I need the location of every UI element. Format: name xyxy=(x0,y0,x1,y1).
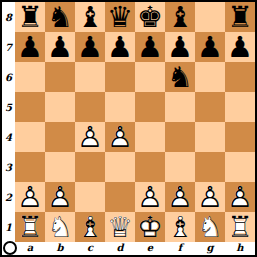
piece-white-king[interactable]: ♚♔ xyxy=(135,212,165,242)
square-h1[interactable]: ♜♖ xyxy=(225,212,255,242)
piece-fill-glyph: ♞ xyxy=(195,212,225,242)
rank-label-2: 2 xyxy=(2,182,15,212)
piece-outline-glyph: ♙ xyxy=(195,182,225,212)
square-c4[interactable]: ♟♙ xyxy=(75,122,105,152)
piece-white-bishop[interactable]: ♝♗ xyxy=(75,212,105,242)
square-g8[interactable] xyxy=(195,2,225,32)
square-h4[interactable] xyxy=(225,122,255,152)
square-c7[interactable]: ♟ xyxy=(75,32,105,62)
piece-outline-glyph: ♙ xyxy=(105,122,135,152)
piece-outline-glyph: ♔ xyxy=(135,212,165,242)
piece-black-rook[interactable]: ♜ xyxy=(15,2,45,32)
piece-black-queen[interactable]: ♛ xyxy=(105,2,135,32)
piece-fill-glyph: ♟ xyxy=(225,32,255,62)
square-a6[interactable] xyxy=(15,62,45,92)
file-label-g: g xyxy=(195,242,225,255)
piece-white-pawn[interactable]: ♟♙ xyxy=(135,182,165,212)
piece-black-knight[interactable]: ♞ xyxy=(165,62,195,92)
piece-fill-glyph: ♟ xyxy=(165,32,195,62)
square-f7[interactable]: ♟ xyxy=(165,32,195,62)
square-a5[interactable] xyxy=(15,92,45,122)
piece-fill-glyph: ♜ xyxy=(15,2,45,32)
piece-black-bishop[interactable]: ♝ xyxy=(165,2,195,32)
square-b7[interactable]: ♟ xyxy=(45,32,75,62)
square-h8[interactable]: ♜ xyxy=(225,2,255,32)
piece-black-rook[interactable]: ♜ xyxy=(225,2,255,32)
square-e5[interactable] xyxy=(135,92,165,122)
piece-white-pawn[interactable]: ♟♙ xyxy=(15,182,45,212)
piece-fill-glyph: ♟ xyxy=(195,182,225,212)
piece-black-bishop[interactable]: ♝ xyxy=(75,2,105,32)
square-f4[interactable] xyxy=(165,122,195,152)
piece-outline-glyph: ♙ xyxy=(165,182,195,212)
square-g5[interactable] xyxy=(195,92,225,122)
piece-outline-glyph: ♙ xyxy=(225,182,255,212)
square-e2[interactable]: ♟♙ xyxy=(135,182,165,212)
square-e7[interactable]: ♟ xyxy=(135,32,165,62)
piece-black-pawn[interactable]: ♟ xyxy=(135,32,165,62)
square-f5[interactable] xyxy=(165,92,195,122)
piece-white-knight[interactable]: ♞♘ xyxy=(45,212,75,242)
file-label-d: d xyxy=(105,242,135,255)
piece-fill-glyph: ♝ xyxy=(75,212,105,242)
piece-fill-glyph: ♝ xyxy=(75,2,105,32)
square-d2[interactable] xyxy=(105,182,135,212)
file-label-b: b xyxy=(45,242,75,255)
square-c1[interactable]: ♝♗ xyxy=(75,212,105,242)
square-e4[interactable] xyxy=(135,122,165,152)
square-e8[interactable]: ♚ xyxy=(135,2,165,32)
piece-fill-glyph: ♛ xyxy=(105,212,135,242)
piece-outline-glyph: ♖ xyxy=(15,212,45,242)
piece-fill-glyph: ♟ xyxy=(75,122,105,152)
piece-white-pawn[interactable]: ♟♙ xyxy=(165,182,195,212)
square-h6[interactable] xyxy=(225,62,255,92)
piece-outline-glyph: ♙ xyxy=(135,182,165,212)
square-g4[interactable] xyxy=(195,122,225,152)
square-h7[interactable]: ♟ xyxy=(225,32,255,62)
piece-black-pawn[interactable]: ♟ xyxy=(195,32,225,62)
file-label-c: c xyxy=(75,242,105,255)
square-b5[interactable] xyxy=(45,92,75,122)
square-b2[interactable]: ♟♙ xyxy=(45,182,75,212)
square-d1[interactable]: ♛♕ xyxy=(105,212,135,242)
piece-black-knight[interactable]: ♞ xyxy=(45,2,75,32)
square-e3[interactable] xyxy=(135,152,165,182)
piece-black-pawn[interactable]: ♟ xyxy=(165,32,195,62)
square-a4[interactable] xyxy=(15,122,45,152)
square-d4[interactable]: ♟♙ xyxy=(105,122,135,152)
piece-outline-glyph: ♗ xyxy=(165,212,195,242)
piece-fill-glyph: ♞ xyxy=(45,2,75,32)
square-c6[interactable] xyxy=(75,62,105,92)
square-b4[interactable] xyxy=(45,122,75,152)
square-f2[interactable]: ♟♙ xyxy=(165,182,195,212)
piece-outline-glyph: ♙ xyxy=(75,122,105,152)
piece-white-pawn[interactable]: ♟♙ xyxy=(225,182,255,212)
piece-white-rook[interactable]: ♜♖ xyxy=(15,212,45,242)
piece-outline-glyph: ♘ xyxy=(195,212,225,242)
square-g2[interactable]: ♟♙ xyxy=(195,182,225,212)
square-e1[interactable]: ♚♔ xyxy=(135,212,165,242)
square-a8[interactable]: ♜ xyxy=(15,2,45,32)
piece-fill-glyph: ♟ xyxy=(45,32,75,62)
piece-fill-glyph: ♝ xyxy=(165,2,195,32)
piece-white-pawn[interactable]: ♟♙ xyxy=(75,122,105,152)
file-labels: abcdefgh xyxy=(15,242,255,255)
piece-black-pawn[interactable]: ♟ xyxy=(45,32,75,62)
square-h2[interactable]: ♟♙ xyxy=(225,182,255,212)
piece-white-pawn[interactable]: ♟♙ xyxy=(105,122,135,152)
square-g7[interactable]: ♟ xyxy=(195,32,225,62)
rank-label-1: 1 xyxy=(2,212,15,242)
piece-fill-glyph: ♟ xyxy=(15,182,45,212)
piece-fill-glyph: ♝ xyxy=(165,212,195,242)
piece-fill-glyph: ♜ xyxy=(225,212,255,242)
piece-fill-glyph: ♟ xyxy=(105,32,135,62)
chess-diagram: 87654321 ♜♞♝♛♚♝♜♟♟♟♟♟♟♟♟♞♟♙♟♙♟♙♟♙♟♙♟♙♟♙♟… xyxy=(0,0,257,257)
rank-label-6: 6 xyxy=(2,62,15,92)
square-g6[interactable] xyxy=(195,62,225,92)
rank-label-7: 7 xyxy=(2,32,15,62)
square-a7[interactable]: ♟ xyxy=(15,32,45,62)
piece-outline-glyph: ♗ xyxy=(75,212,105,242)
piece-white-pawn[interactable]: ♟♙ xyxy=(195,182,225,212)
square-h3[interactable] xyxy=(225,152,255,182)
piece-outline-glyph: ♙ xyxy=(15,182,45,212)
rank-labels: 87654321 xyxy=(2,2,15,242)
piece-white-knight[interactable]: ♞♘ xyxy=(195,212,225,242)
piece-fill-glyph: ♟ xyxy=(165,182,195,212)
square-b6[interactable] xyxy=(45,62,75,92)
piece-white-queen[interactable]: ♛♕ xyxy=(105,212,135,242)
square-d6[interactable] xyxy=(105,62,135,92)
side-to-move-indicator xyxy=(3,241,17,255)
rank-label-5: 5 xyxy=(2,92,15,122)
piece-fill-glyph: ♟ xyxy=(105,122,135,152)
square-d5[interactable] xyxy=(105,92,135,122)
piece-black-pawn[interactable]: ♟ xyxy=(225,32,255,62)
piece-fill-glyph: ♟ xyxy=(135,182,165,212)
piece-outline-glyph: ♕ xyxy=(105,212,135,242)
square-c5[interactable] xyxy=(75,92,105,122)
piece-fill-glyph: ♟ xyxy=(45,182,75,212)
square-a3[interactable] xyxy=(15,152,45,182)
square-g1[interactable]: ♞♘ xyxy=(195,212,225,242)
piece-fill-glyph: ♟ xyxy=(15,32,45,62)
square-a1[interactable]: ♜♖ xyxy=(15,212,45,242)
piece-fill-glyph: ♛ xyxy=(105,2,135,32)
square-d3[interactable] xyxy=(105,152,135,182)
square-d7[interactable]: ♟ xyxy=(105,32,135,62)
piece-white-rook[interactable]: ♜♖ xyxy=(225,212,255,242)
piece-fill-glyph: ♟ xyxy=(195,32,225,62)
rank-label-4: 4 xyxy=(2,122,15,152)
file-label-a: a xyxy=(15,242,45,255)
square-h5[interactable] xyxy=(225,92,255,122)
square-f8[interactable]: ♝ xyxy=(165,2,195,32)
square-f6[interactable]: ♞ xyxy=(165,62,195,92)
square-a2[interactable]: ♟♙ xyxy=(15,182,45,212)
piece-fill-glyph: ♟ xyxy=(225,182,255,212)
piece-white-pawn[interactable]: ♟♙ xyxy=(45,182,75,212)
rank-label-8: 8 xyxy=(2,2,15,32)
piece-black-pawn[interactable]: ♟ xyxy=(105,32,135,62)
piece-fill-glyph: ♚ xyxy=(135,212,165,242)
piece-black-pawn[interactable]: ♟ xyxy=(75,32,105,62)
square-g3[interactable] xyxy=(195,152,225,182)
piece-outline-glyph: ♖ xyxy=(225,212,255,242)
square-c8[interactable]: ♝ xyxy=(75,2,105,32)
file-label-e: e xyxy=(135,242,165,255)
square-d8[interactable]: ♛ xyxy=(105,2,135,32)
square-c3[interactable] xyxy=(75,152,105,182)
piece-fill-glyph: ♚ xyxy=(135,2,165,32)
square-b1[interactable]: ♞♘ xyxy=(45,212,75,242)
square-f1[interactable]: ♝♗ xyxy=(165,212,195,242)
piece-fill-glyph: ♜ xyxy=(15,212,45,242)
file-label-h: h xyxy=(225,242,255,255)
piece-fill-glyph: ♞ xyxy=(45,212,75,242)
piece-black-king[interactable]: ♚ xyxy=(135,2,165,32)
chessboard[interactable]: ♜♞♝♛♚♝♜♟♟♟♟♟♟♟♟♞♟♙♟♙♟♙♟♙♟♙♟♙♟♙♟♙♜♖♞♘♝♗♛♕… xyxy=(15,2,255,242)
piece-fill-glyph: ♟ xyxy=(75,32,105,62)
piece-white-bishop[interactable]: ♝♗ xyxy=(165,212,195,242)
piece-fill-glyph: ♟ xyxy=(135,32,165,62)
rank-label-3: 3 xyxy=(2,152,15,182)
square-b8[interactable]: ♞ xyxy=(45,2,75,32)
piece-outline-glyph: ♘ xyxy=(45,212,75,242)
piece-black-pawn[interactable]: ♟ xyxy=(15,32,45,62)
piece-fill-glyph: ♞ xyxy=(165,62,195,92)
square-c2[interactable] xyxy=(75,182,105,212)
square-f3[interactable] xyxy=(165,152,195,182)
file-label-f: f xyxy=(165,242,195,255)
square-e6[interactable] xyxy=(135,62,165,92)
piece-outline-glyph: ♙ xyxy=(45,182,75,212)
piece-fill-glyph: ♜ xyxy=(225,2,255,32)
square-b3[interactable] xyxy=(45,152,75,182)
